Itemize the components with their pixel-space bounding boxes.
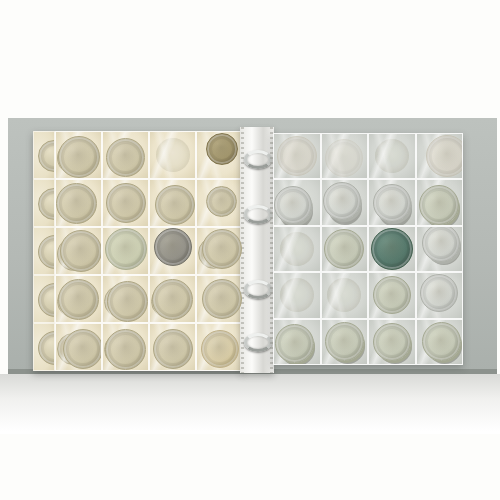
background-surface: [0, 374, 500, 434]
coin: [422, 226, 460, 262]
coin: [105, 228, 147, 270]
coin-relief: [111, 143, 139, 171]
coin: [274, 186, 312, 224]
coin-relief: [113, 286, 143, 316]
coin-pocket: [368, 319, 416, 365]
coin: [58, 279, 99, 320]
binder-spine: [240, 127, 274, 373]
coin-relief: [207, 235, 236, 264]
coin-relief: [428, 229, 455, 256]
coin-pocket: [416, 226, 464, 272]
coin-relief: [110, 234, 140, 264]
coin-relief: [378, 189, 405, 216]
coin: [152, 279, 193, 320]
coin-relief: [329, 187, 356, 214]
coin-relief: [158, 284, 188, 314]
coin: [153, 329, 193, 369]
coin-relief: [427, 328, 455, 356]
binder-ring: [244, 280, 272, 299]
coin-relief: [158, 335, 187, 364]
coin-pocket: [102, 275, 149, 323]
coin-relief: [330, 235, 359, 264]
coin: [155, 185, 195, 225]
coin-pocket: [321, 133, 369, 179]
coin-relief: [330, 328, 358, 356]
coin: [58, 136, 100, 178]
coin: [371, 228, 413, 270]
coin: [202, 229, 242, 269]
coin: [373, 184, 411, 222]
coin: [56, 183, 97, 224]
coin-pocket: [273, 319, 321, 365]
coin-pocket: [102, 179, 149, 227]
edge-pocket: [33, 131, 55, 179]
coin: [277, 136, 317, 176]
coin-pocket: [196, 227, 243, 275]
coin-relief: [159, 233, 186, 260]
coin-relief: [63, 142, 93, 172]
coin-relief: [426, 280, 453, 307]
coin-pocket: [102, 131, 149, 179]
coin-pocket: [55, 179, 102, 227]
edge-pocket: [33, 323, 55, 371]
partial-coin: [38, 283, 55, 317]
coin-pocket: [55, 275, 102, 323]
coin-pocket: [55, 227, 102, 275]
coin: [105, 329, 146, 370]
right-page-grid: [273, 133, 463, 365]
coin-relief: [210, 138, 233, 161]
coin-relief: [65, 236, 95, 266]
coin: [325, 322, 364, 361]
coin: [420, 274, 458, 312]
empty-pocket: [368, 133, 416, 179]
coin-relief: [282, 142, 311, 171]
binder-ring: [244, 205, 272, 224]
coin-relief: [378, 328, 405, 355]
coin-relief: [210, 190, 232, 212]
coin-pocket: [149, 179, 196, 227]
partial-coin: [38, 188, 55, 220]
coin-relief: [432, 141, 462, 171]
coin-pocket: [196, 131, 243, 179]
coin: [106, 183, 146, 223]
coin: [206, 133, 238, 165]
empty-pocket: [273, 272, 321, 318]
coin: [106, 138, 145, 177]
empty-pocket: [149, 131, 196, 179]
coin-pocket: [321, 179, 369, 225]
coin-pocket: [149, 275, 196, 323]
coin-pocket: [149, 323, 196, 371]
coin-pocket: [416, 179, 464, 225]
binder-ring: [244, 333, 272, 352]
coin-pocket: [149, 227, 196, 275]
coin: [63, 329, 103, 369]
coin-relief: [111, 334, 141, 364]
edge-pocket: [33, 179, 55, 227]
coin-pocket: [416, 133, 464, 179]
coin: [419, 185, 459, 225]
coin-pocket: [368, 226, 416, 272]
coin: [202, 279, 242, 319]
coin-pocket: [55, 131, 102, 179]
coin: [201, 330, 239, 368]
partial-coin: [38, 140, 55, 172]
coin: [373, 323, 411, 361]
coin-relief: [425, 190, 454, 219]
photo-frame: [0, 0, 500, 500]
coin-relief: [378, 282, 405, 309]
coin: [60, 230, 102, 272]
coin-pocket: [102, 227, 149, 275]
coin: [426, 135, 463, 177]
coin-relief: [160, 191, 189, 220]
coin-relief: [62, 188, 92, 218]
coin-relief: [281, 330, 309, 358]
coin-pocket: [368, 179, 416, 225]
coin: [275, 324, 314, 363]
coin: [107, 281, 148, 322]
coin-pocket: [196, 323, 243, 371]
coin: [325, 139, 363, 177]
coin-relief: [331, 145, 358, 172]
coin-pocket: [416, 272, 464, 318]
coin-pocket: [368, 272, 416, 318]
coin: [154, 228, 192, 266]
edge-pocket: [33, 227, 55, 275]
empty-pocket: [321, 272, 369, 318]
empty-pocket: [273, 226, 321, 272]
binder-ring: [244, 150, 272, 169]
coin: [373, 276, 411, 314]
coin: [323, 182, 361, 220]
left-edge-strip: [33, 131, 55, 371]
coin-pocket: [196, 179, 243, 227]
coin-pocket: [416, 319, 464, 365]
coin: [324, 229, 364, 269]
coin-relief: [206, 335, 233, 362]
coin: [206, 186, 237, 217]
coin-pocket: [273, 179, 321, 225]
right-pocket-page: [273, 133, 463, 365]
coin-pocket: [321, 226, 369, 272]
coin-relief: [111, 189, 140, 218]
coin-pocket: [321, 319, 369, 365]
left-page-grid: [55, 131, 243, 371]
coin-relief: [68, 335, 97, 364]
coin-relief: [279, 191, 306, 218]
coin-relief: [377, 234, 407, 264]
partial-coin: [38, 331, 55, 365]
coin-pocket: [102, 323, 149, 371]
coin-pocket: [196, 275, 243, 323]
coin-pocket: [55, 323, 102, 371]
coin-relief: [64, 284, 94, 314]
edge-pocket: [33, 275, 55, 323]
partial-coin: [38, 235, 55, 269]
coin-pocket: [273, 133, 321, 179]
coin: [422, 322, 461, 361]
left-pocket-page: [33, 131, 243, 371]
coin-relief: [207, 285, 236, 314]
